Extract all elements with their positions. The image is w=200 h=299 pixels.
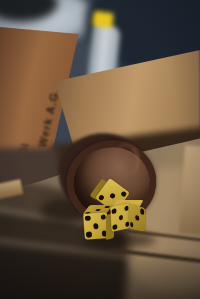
photo-vignette (0, 0, 200, 299)
photo-scene: Werk A.G. Öl (0, 0, 200, 299)
